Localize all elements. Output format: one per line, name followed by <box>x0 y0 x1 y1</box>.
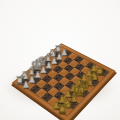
brass-rook[interactable]: ♜ <box>57 104 68 115</box>
chess-set-photo: ♜♟♟♜♞♟♟♞♝♟♟♝♛♟♟♛♚♟♟♚♝♟♟♝♞♟♟♞♜♟♟♜ <box>0 0 120 120</box>
board-squares-grid: ♜♟♟♜♞♟♟♞♝♟♟♝♛♟♟♛♚♟♟♚♝♟♟♝♞♟♟♞♜♟♟♜ <box>19 47 109 115</box>
chess-board: ♜♟♟♜♞♟♟♞♝♟♟♝♛♟♟♛♚♟♟♚♝♟♟♝♞♟♟♞♜♟♟♜ <box>12 43 116 120</box>
board-wooden-border: ♜♟♟♜♞♟♟♞♝♟♟♝♛♟♟♛♚♟♟♚♝♟♟♝♞♟♟♞♜♟♟♜ <box>12 43 116 120</box>
silver-pawn[interactable]: ♟ <box>21 81 29 90</box>
perspective-wrapper: ♜♟♟♜♞♟♟♞♝♟♟♝♛♟♟♛♚♟♟♚♝♟♟♝♞♟♟♞♜♟♟♜ <box>0 0 120 120</box>
